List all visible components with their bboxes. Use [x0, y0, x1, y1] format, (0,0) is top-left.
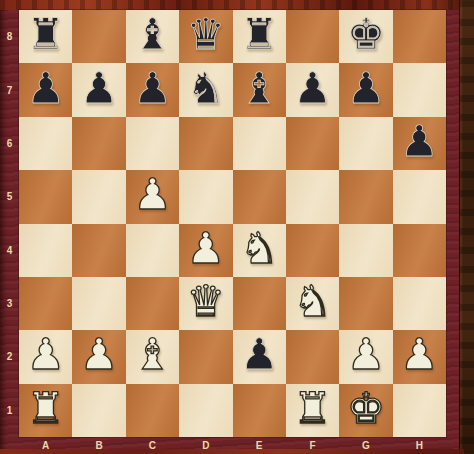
square-b3[interactable] [72, 277, 125, 330]
rank-label: 4 [0, 224, 19, 277]
file-label: A [19, 437, 72, 454]
white-pawn[interactable]: ♟ [347, 333, 386, 376]
file-label: D [179, 437, 232, 454]
square-g3[interactable] [339, 277, 392, 330]
square-a2[interactable]: ♟ [19, 330, 72, 383]
square-a5[interactable] [19, 170, 72, 223]
square-e4[interactable]: ♞ [233, 224, 286, 277]
square-c2[interactable]: ♝ [126, 330, 179, 383]
square-f6[interactable] [286, 117, 339, 170]
black-pawn[interactable]: ♟ [80, 67, 119, 110]
square-d2[interactable] [179, 330, 232, 383]
white-knight[interactable]: ♞ [240, 227, 279, 270]
rank-label: 6 [0, 117, 19, 170]
square-e2[interactable]: ♟ [233, 330, 286, 383]
file-label: E [233, 437, 286, 454]
square-g4[interactable] [339, 224, 392, 277]
file-label: H [393, 437, 446, 454]
square-e3[interactable] [233, 277, 286, 330]
square-f8[interactable] [286, 10, 339, 63]
square-d1[interactable] [179, 384, 232, 437]
square-d8[interactable]: ♛ [179, 10, 232, 63]
square-f7[interactable]: ♟ [286, 63, 339, 116]
black-bishop[interactable]: ♝ [133, 13, 172, 56]
file-label: F [286, 437, 339, 454]
square-a3[interactable] [19, 277, 72, 330]
white-pawn[interactable]: ♟ [26, 333, 65, 376]
square-g7[interactable]: ♟ [339, 63, 392, 116]
black-rook[interactable]: ♜ [26, 13, 65, 56]
square-b4[interactable] [72, 224, 125, 277]
black-rook[interactable]: ♜ [240, 13, 279, 56]
square-c7[interactable]: ♟ [126, 63, 179, 116]
file-label: B [72, 437, 125, 454]
square-d6[interactable] [179, 117, 232, 170]
rank-label: 5 [0, 170, 19, 223]
chess-board: ♜♝♛♜♚♟♟♟♞♝♟♟♟♟♟♞♛♞♟♟♝♟♟♟♜♜♚ [19, 10, 446, 437]
square-a8[interactable]: ♜ [19, 10, 72, 63]
square-g6[interactable] [339, 117, 392, 170]
table-edge-wood [459, 0, 474, 454]
white-pawn[interactable]: ♟ [400, 333, 439, 376]
white-king[interactable]: ♚ [347, 387, 386, 430]
rank-label: 3 [0, 277, 19, 330]
square-h6[interactable]: ♟ [393, 117, 446, 170]
square-a1[interactable]: ♜ [19, 384, 72, 437]
square-f3[interactable]: ♞ [286, 277, 339, 330]
square-f4[interactable] [286, 224, 339, 277]
black-king[interactable]: ♚ [347, 13, 386, 56]
square-g1[interactable]: ♚ [339, 384, 392, 437]
square-e5[interactable] [233, 170, 286, 223]
file-label: C [126, 437, 179, 454]
rank-label: 7 [0, 63, 19, 116]
square-c4[interactable] [126, 224, 179, 277]
square-e8[interactable]: ♜ [233, 10, 286, 63]
square-b6[interactable] [72, 117, 125, 170]
square-h2[interactable]: ♟ [393, 330, 446, 383]
rank-label: 2 [0, 330, 19, 383]
square-e1[interactable] [233, 384, 286, 437]
square-h8[interactable] [393, 10, 446, 63]
black-pawn[interactable]: ♟ [347, 67, 386, 110]
square-g5[interactable] [339, 170, 392, 223]
square-d7[interactable]: ♞ [179, 63, 232, 116]
square-f2[interactable] [286, 330, 339, 383]
square-d3[interactable]: ♛ [179, 277, 232, 330]
black-pawn[interactable]: ♟ [293, 67, 332, 110]
chess-board-diagram: 87654321 ♜♝♛♜♚♟♟♟♞♝♟♟♟♟♟♞♛♞♟♟♝♟♟♟♜♜♚ ABC… [0, 0, 474, 454]
rank-labels: 87654321 [0, 10, 19, 437]
black-pawn[interactable]: ♟ [133, 67, 172, 110]
white-queen[interactable]: ♛ [187, 280, 226, 323]
white-pawn[interactable]: ♟ [80, 333, 119, 376]
white-pawn[interactable]: ♟ [187, 227, 226, 270]
white-knight[interactable]: ♞ [293, 280, 332, 323]
square-b1[interactable] [72, 384, 125, 437]
square-b7[interactable]: ♟ [72, 63, 125, 116]
square-d5[interactable] [179, 170, 232, 223]
black-bishop[interactable]: ♝ [240, 67, 279, 110]
square-e6[interactable] [233, 117, 286, 170]
square-h3[interactable] [393, 277, 446, 330]
square-c8[interactable]: ♝ [126, 10, 179, 63]
square-h4[interactable] [393, 224, 446, 277]
black-pawn[interactable]: ♟ [240, 333, 279, 376]
square-a4[interactable] [19, 224, 72, 277]
board-frame-top [0, 0, 474, 10]
square-h1[interactable] [393, 384, 446, 437]
square-c1[interactable] [126, 384, 179, 437]
square-g8[interactable]: ♚ [339, 10, 392, 63]
square-b2[interactable]: ♟ [72, 330, 125, 383]
file-label: G [339, 437, 392, 454]
black-queen[interactable]: ♛ [187, 13, 226, 56]
black-pawn[interactable]: ♟ [400, 120, 439, 163]
square-g2[interactable]: ♟ [339, 330, 392, 383]
square-c3[interactable] [126, 277, 179, 330]
square-h5[interactable] [393, 170, 446, 223]
rank-label: 1 [0, 384, 19, 437]
square-e7[interactable]: ♝ [233, 63, 286, 116]
square-b8[interactable] [72, 10, 125, 63]
square-b5[interactable] [72, 170, 125, 223]
square-f1[interactable]: ♜ [286, 384, 339, 437]
white-bishop[interactable]: ♝ [133, 333, 172, 376]
file-labels: ABCDEFGH [19, 437, 446, 454]
white-rook[interactable]: ♜ [26, 387, 65, 430]
square-a7[interactable]: ♟ [19, 63, 72, 116]
rank-label: 8 [0, 10, 19, 63]
black-knight[interactable]: ♞ [187, 67, 226, 110]
square-f5[interactable] [286, 170, 339, 223]
square-c6[interactable] [126, 117, 179, 170]
square-d4[interactable]: ♟ [179, 224, 232, 277]
white-rook[interactable]: ♜ [293, 387, 332, 430]
white-pawn[interactable]: ♟ [133, 173, 172, 216]
square-c5[interactable]: ♟ [126, 170, 179, 223]
black-pawn[interactable]: ♟ [26, 67, 65, 110]
square-h7[interactable] [393, 63, 446, 116]
square-a6[interactable] [19, 117, 72, 170]
